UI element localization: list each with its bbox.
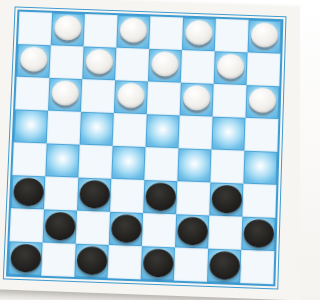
square-r8c5[interactable]	[141, 246, 175, 280]
square-r2c5[interactable]	[148, 49, 182, 83]
square-r3c8[interactable]	[245, 85, 279, 119]
square-r3c5	[147, 81, 181, 115]
square-r4c8	[244, 118, 278, 152]
square-r3c2[interactable]	[48, 78, 82, 112]
square-r1c2[interactable]	[51, 13, 85, 47]
square-r6c2	[44, 176, 78, 210]
white-checker-piece[interactable]	[217, 54, 245, 80]
white-checker-piece[interactable]	[54, 15, 82, 41]
square-r1c5	[149, 16, 183, 50]
square-r6c3[interactable]	[77, 178, 111, 212]
square-r6c8	[242, 184, 276, 218]
square-r4c7[interactable]	[211, 117, 245, 151]
square-r3c6[interactable]	[180, 83, 214, 117]
square-r1c6[interactable]	[182, 18, 216, 52]
square-r5c2[interactable]	[45, 143, 79, 177]
square-r5c6[interactable]	[177, 148, 211, 182]
black-checker-piece[interactable]	[44, 211, 75, 240]
square-r2c2	[49, 45, 83, 79]
square-r5c8[interactable]	[243, 151, 277, 185]
black-checker-piece[interactable]	[79, 179, 110, 208]
square-r3c1	[15, 77, 49, 111]
square-r3c3	[81, 79, 115, 113]
square-r1c3	[84, 14, 118, 48]
square-r1c7	[215, 19, 249, 53]
white-checker-piece[interactable]	[51, 80, 79, 106]
black-checker-piece[interactable]	[76, 245, 107, 274]
black-checker-piece[interactable]	[209, 250, 240, 279]
square-r7c6[interactable]	[175, 214, 209, 248]
square-r4c1[interactable]	[14, 109, 48, 143]
square-r3c7	[213, 84, 247, 118]
black-checker-piece[interactable]	[243, 218, 274, 247]
square-r2c3[interactable]	[82, 46, 116, 80]
square-r7c7	[208, 215, 242, 249]
square-r7c1	[9, 208, 43, 242]
square-r6c5[interactable]	[143, 180, 177, 214]
square-r5c3	[78, 145, 112, 179]
square-r5c4[interactable]	[111, 146, 145, 180]
square-r6c6	[176, 181, 210, 215]
board-grid	[8, 12, 281, 285]
square-r7c2[interactable]	[43, 209, 77, 243]
square-r4c3[interactable]	[80, 112, 114, 146]
square-r2c7[interactable]	[214, 51, 248, 85]
white-checker-piece[interactable]	[183, 85, 211, 111]
square-r7c5	[142, 213, 176, 247]
square-r6c4	[110, 179, 144, 213]
square-r8c8	[240, 250, 274, 284]
black-checker-piece[interactable]	[110, 214, 141, 243]
black-checker-piece[interactable]	[177, 216, 208, 245]
white-checker-piece[interactable]	[85, 49, 113, 75]
square-r4c5[interactable]	[146, 114, 180, 148]
square-r4c4	[113, 113, 147, 147]
square-r2c6	[181, 50, 215, 84]
black-checker-piece[interactable]	[142, 248, 173, 277]
checkers-board-card	[0, 0, 300, 300]
square-r4c6	[178, 115, 212, 149]
white-checker-piece[interactable]	[20, 46, 48, 72]
square-r8c6	[174, 247, 208, 281]
square-r6c1[interactable]	[11, 175, 45, 209]
square-r4c2	[47, 111, 81, 145]
square-r5c7	[210, 149, 244, 183]
square-r7c3	[76, 211, 110, 245]
square-r3c4[interactable]	[114, 80, 148, 114]
square-r7c4[interactable]	[109, 212, 143, 246]
black-checker-piece[interactable]	[211, 184, 242, 213]
square-r8c2	[41, 243, 75, 277]
black-checker-piece[interactable]	[145, 182, 176, 211]
square-r1c8[interactable]	[248, 20, 282, 54]
square-r8c4	[108, 245, 142, 279]
board-inner-border	[6, 10, 283, 287]
square-r1c4[interactable]	[116, 15, 150, 49]
white-checker-piece[interactable]	[185, 20, 213, 46]
white-checker-piece[interactable]	[151, 51, 179, 77]
square-r2c8	[247, 52, 281, 86]
white-checker-piece[interactable]	[249, 87, 277, 113]
board-outer-border	[3, 6, 287, 289]
square-r8c3[interactable]	[74, 244, 108, 278]
square-r6c7[interactable]	[209, 182, 243, 216]
square-r2c4	[115, 48, 149, 82]
photo-background	[0, 0, 300, 300]
white-checker-piece[interactable]	[251, 22, 279, 48]
square-r7c8[interactable]	[241, 217, 275, 251]
black-checker-piece[interactable]	[10, 243, 41, 272]
black-checker-piece[interactable]	[13, 177, 44, 206]
square-r2c1[interactable]	[17, 44, 51, 78]
square-r8c7[interactable]	[207, 249, 241, 283]
square-r1c1	[18, 12, 52, 46]
square-r8c1[interactable]	[8, 241, 43, 275]
white-checker-piece[interactable]	[117, 83, 145, 109]
square-r5c5	[144, 147, 178, 181]
square-r5c1	[12, 142, 46, 176]
white-checker-piece[interactable]	[120, 17, 148, 43]
